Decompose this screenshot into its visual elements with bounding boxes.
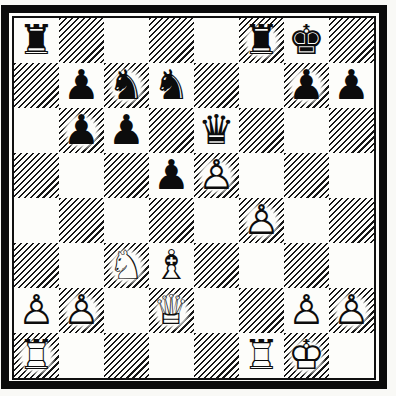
piece-black-pawn[interactable]: ♟ [104, 108, 149, 153]
square-e1[interactable] [194, 333, 239, 378]
square-c5[interactable] [104, 153, 149, 198]
piece-white-knight[interactable]: ♘ [104, 243, 149, 288]
board-inner-border: ♜♜♚♟♞♞♟♟♟♟♛♟♙♙♘♗♙♙♕♙♙♖♖♔ [12, 16, 376, 380]
square-g7[interactable]: ♟ [284, 63, 329, 108]
square-h7[interactable]: ♟ [329, 63, 374, 108]
square-a7[interactable] [14, 63, 59, 108]
piece-black-queen[interactable]: ♛ [194, 108, 239, 153]
piece-white-pawn[interactable]: ♙ [194, 153, 239, 198]
square-b1[interactable] [59, 333, 104, 378]
piece-black-pawn[interactable]: ♟ [59, 63, 104, 108]
square-f3[interactable] [239, 243, 284, 288]
square-b6[interactable]: ♟ [59, 108, 104, 153]
chess-board: ♜♜♚♟♞♞♟♟♟♟♛♟♙♙♘♗♙♙♕♙♙♖♖♔ [14, 18, 374, 378]
square-b2[interactable]: ♙ [59, 288, 104, 333]
square-h5[interactable] [329, 153, 374, 198]
square-d7[interactable]: ♞ [149, 63, 194, 108]
square-d5[interactable]: ♟ [149, 153, 194, 198]
square-a1[interactable]: ♖ [14, 333, 59, 378]
chess-diagram: ♜♜♚♟♞♞♟♟♟♟♛♟♙♙♘♗♙♙♕♙♙♖♖♔ [0, 2, 392, 392]
square-b8[interactable] [59, 18, 104, 63]
square-f4[interactable]: ♙ [239, 198, 284, 243]
square-d6[interactable] [149, 108, 194, 153]
square-a3[interactable] [14, 243, 59, 288]
piece-white-pawn[interactable]: ♙ [284, 288, 329, 333]
square-a6[interactable] [14, 108, 59, 153]
square-f8[interactable]: ♜ [239, 18, 284, 63]
square-c2[interactable] [104, 288, 149, 333]
square-d2[interactable]: ♕ [149, 288, 194, 333]
square-h3[interactable] [329, 243, 374, 288]
square-b3[interactable] [59, 243, 104, 288]
piece-white-rook[interactable]: ♖ [239, 333, 284, 378]
piece-black-pawn[interactable]: ♟ [149, 153, 194, 198]
square-e5[interactable]: ♙ [194, 153, 239, 198]
square-g3[interactable] [284, 243, 329, 288]
square-d4[interactable] [149, 198, 194, 243]
piece-white-pawn[interactable]: ♙ [329, 288, 374, 333]
square-b4[interactable] [59, 198, 104, 243]
piece-white-bishop[interactable]: ♗ [149, 243, 194, 288]
square-h6[interactable] [329, 108, 374, 153]
square-c8[interactable] [104, 18, 149, 63]
piece-black-rook[interactable]: ♜ [239, 18, 284, 63]
piece-white-pawn[interactable]: ♙ [14, 288, 59, 333]
square-g1[interactable]: ♔ [284, 333, 329, 378]
piece-black-knight[interactable]: ♞ [104, 63, 149, 108]
piece-white-pawn[interactable]: ♙ [59, 288, 104, 333]
square-h1[interactable] [329, 333, 374, 378]
piece-black-pawn[interactable]: ♟ [284, 63, 329, 108]
square-g4[interactable] [284, 198, 329, 243]
piece-white-queen[interactable]: ♕ [149, 288, 194, 333]
square-a5[interactable] [14, 153, 59, 198]
square-f6[interactable] [239, 108, 284, 153]
square-a4[interactable] [14, 198, 59, 243]
square-d8[interactable] [149, 18, 194, 63]
square-e7[interactable] [194, 63, 239, 108]
square-a2[interactable]: ♙ [14, 288, 59, 333]
square-b7[interactable]: ♟ [59, 63, 104, 108]
square-c1[interactable] [104, 333, 149, 378]
square-e4[interactable] [194, 198, 239, 243]
square-f2[interactable] [239, 288, 284, 333]
piece-black-king[interactable]: ♚ [284, 18, 329, 63]
square-f5[interactable] [239, 153, 284, 198]
square-f7[interactable] [239, 63, 284, 108]
square-h4[interactable] [329, 198, 374, 243]
board-frame: ♜♜♚♟♞♞♟♟♟♟♛♟♙♙♘♗♙♙♕♙♙♖♖♔ [1, 5, 387, 389]
piece-black-pawn[interactable]: ♟ [329, 63, 374, 108]
square-b5[interactable] [59, 153, 104, 198]
piece-white-pawn[interactable]: ♙ [239, 198, 284, 243]
square-h2[interactable]: ♙ [329, 288, 374, 333]
square-g5[interactable] [284, 153, 329, 198]
square-e3[interactable] [194, 243, 239, 288]
piece-white-king[interactable]: ♔ [284, 333, 329, 378]
square-d3[interactable]: ♗ [149, 243, 194, 288]
square-g2[interactable]: ♙ [284, 288, 329, 333]
piece-black-knight[interactable]: ♞ [149, 63, 194, 108]
square-f1[interactable]: ♖ [239, 333, 284, 378]
square-c3[interactable]: ♘ [104, 243, 149, 288]
piece-black-pawn[interactable]: ♟ [59, 108, 104, 153]
square-c4[interactable] [104, 198, 149, 243]
square-h8[interactable] [329, 18, 374, 63]
square-g6[interactable] [284, 108, 329, 153]
square-a8[interactable]: ♜ [14, 18, 59, 63]
square-d1[interactable] [149, 333, 194, 378]
square-e8[interactable] [194, 18, 239, 63]
square-g8[interactable]: ♚ [284, 18, 329, 63]
square-c6[interactable]: ♟ [104, 108, 149, 153]
square-e2[interactable] [194, 288, 239, 333]
piece-white-rook[interactable]: ♖ [14, 333, 59, 378]
square-c7[interactable]: ♞ [104, 63, 149, 108]
square-e6[interactable]: ♛ [194, 108, 239, 153]
piece-black-rook[interactable]: ♜ [14, 18, 59, 63]
